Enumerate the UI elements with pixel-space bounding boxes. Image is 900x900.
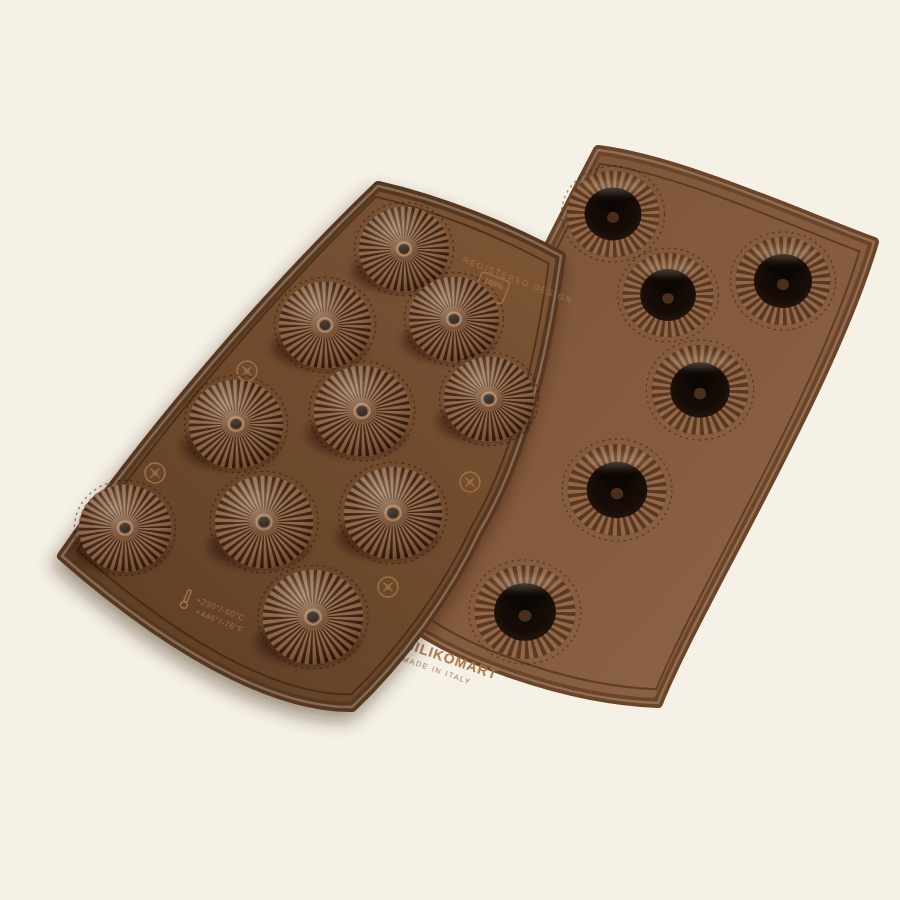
scene-svg: SILIKOMART MADE IN ITALY REGISTERED DESI… [0,0,900,900]
product-photo-stage: SILIKOMART MADE IN ITALY REGISTERED DESI… [0,0,900,900]
